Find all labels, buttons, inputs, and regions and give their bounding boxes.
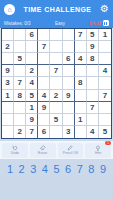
cell-r3c6[interactable]: 6 [63, 53, 75, 65]
numpad-9[interactable]: 9 [98, 164, 108, 175]
cell-r1c4[interactable] [38, 29, 50, 41]
cell-r9c2[interactable]: 2 [14, 126, 26, 138]
cell-r6c6[interactable]: 9 [63, 90, 75, 102]
cell-r6c2[interactable]: 8 [14, 90, 26, 102]
mistakes-label: Mistakes: 0/3 [4, 21, 31, 26]
hint-badge: 1 [105, 141, 111, 146]
numpad-7[interactable]: 7 [75, 164, 85, 175]
cell-r2c9[interactable] [99, 41, 111, 53]
hint-label: Hint [95, 152, 101, 156]
cell-r4c3[interactable]: 2 [26, 65, 38, 77]
cell-r6c3[interactable]: 5 [26, 90, 38, 102]
cell-r9c8[interactable]: 4 [87, 126, 99, 138]
cell-r3c8[interactable]: 8 [87, 53, 99, 65]
cell-r6c7[interactable] [75, 90, 87, 102]
cell-r1c8[interactable]: 5 [87, 29, 99, 41]
numpad-1[interactable]: 1 [5, 164, 15, 175]
cell-r5c5[interactable] [50, 77, 62, 89]
numpad-3[interactable]: 3 [28, 164, 38, 175]
cell-r1c6[interactable] [63, 29, 75, 41]
cell-r6c4[interactable]: 4 [38, 90, 50, 102]
pencil-icon [67, 145, 73, 151]
cell-r4c1[interactable]: 9 [2, 65, 14, 77]
eraser-icon [40, 145, 46, 151]
cell-r9c3[interactable]: 7 [26, 126, 38, 138]
page-title: TIME CHALLENGE [24, 6, 92, 13]
cell-r2c8[interactable]: 9 [87, 41, 99, 53]
cell-r2c4[interactable]: 7 [38, 41, 50, 53]
cell-r4c5[interactable]: 7 [50, 65, 62, 77]
cell-r8c9[interactable] [99, 114, 111, 126]
cell-r8c1[interactable] [2, 114, 14, 126]
cell-r8c2[interactable] [14, 114, 26, 126]
cell-r9c9[interactable]: 5 [99, 126, 111, 138]
cell-r7c9[interactable] [99, 102, 111, 114]
cell-r8c8[interactable] [87, 114, 99, 126]
cell-r3c1[interactable] [2, 53, 14, 65]
cell-r1c7[interactable]: 7 [75, 29, 87, 41]
gear-icon: ⚙ [100, 3, 109, 14]
cell-r4c2[interactable] [14, 65, 26, 77]
cell-r7c4[interactable]: 9 [38, 102, 50, 114]
numpad-8[interactable]: 8 [86, 164, 96, 175]
home-icon: ⌂ [7, 6, 11, 13]
home-button[interactable]: ⌂ [4, 4, 15, 15]
cell-r5c3[interactable]: 4 [26, 77, 38, 89]
header-bar: ⌂ TIME CHALLENGE ⚙ [0, 0, 113, 18]
cell-r3c7[interactable]: 4 [75, 53, 87, 65]
cell-r2c1[interactable]: 2 [2, 41, 14, 53]
sudoku-board: 67512795648927437481854297197951276345 [1, 28, 112, 139]
cell-r7c7[interactable] [75, 102, 87, 114]
cell-r5c7[interactable]: 8 [75, 77, 87, 89]
cell-r6c5[interactable]: 2 [50, 90, 62, 102]
cell-r1c3[interactable]: 6 [26, 29, 38, 41]
cell-r2c5[interactable] [50, 41, 62, 53]
timer-value: 04:32 [89, 21, 101, 26]
erase-label: Erase [38, 152, 47, 156]
cell-r3c4[interactable] [38, 53, 50, 65]
cell-r7c5[interactable] [50, 102, 62, 114]
pause-icon [104, 22, 105, 25]
undo-button[interactable]: Undo [2, 143, 28, 158]
sudoku-app: ⌂ TIME CHALLENGE ⚙ Mistakes: 0/3 Easy 04… [0, 0, 113, 200]
cell-r2c2[interactable] [14, 41, 26, 53]
pencil-toggle-button[interactable]: Pencil Off [58, 143, 84, 158]
erase-button[interactable]: Erase [30, 143, 56, 158]
numpad-5[interactable]: 5 [52, 164, 62, 175]
cell-r1c2[interactable] [14, 29, 26, 41]
cell-r9c5[interactable] [50, 126, 62, 138]
toolbar: Undo Erase Pencil Off 1 Hint [0, 141, 113, 159]
cell-r9c7[interactable] [75, 126, 87, 138]
cell-r1c5[interactable] [50, 29, 62, 41]
cell-r5c2[interactable]: 7 [14, 77, 26, 89]
cell-r8c5[interactable]: 5 [50, 114, 62, 126]
hint-button[interactable]: 1 Hint [85, 143, 111, 158]
cell-r5c6[interactable] [63, 77, 75, 89]
cell-r2c7[interactable] [75, 41, 87, 53]
cell-r4c6[interactable] [63, 65, 75, 77]
cell-r9c1[interactable] [2, 126, 14, 138]
numpad-4[interactable]: 4 [40, 164, 50, 175]
cell-r8c6[interactable] [63, 114, 75, 126]
cell-r6c1[interactable]: 1 [2, 90, 14, 102]
cell-r8c3[interactable]: 9 [26, 114, 38, 126]
cell-r6c8[interactable] [87, 90, 99, 102]
cell-r2c6[interactable] [63, 41, 75, 53]
status-bar: Mistakes: 0/3 Easy 04:32 [0, 18, 113, 28]
cell-r7c1[interactable] [2, 102, 14, 114]
cell-r5c9[interactable] [99, 77, 111, 89]
cell-r5c4[interactable] [38, 77, 50, 89]
cell-r3c3[interactable] [26, 53, 38, 65]
cell-r1c1[interactable] [2, 29, 14, 41]
undo-label: Undo [11, 152, 19, 156]
cell-r4c8[interactable] [87, 65, 99, 77]
cell-r7c8[interactable]: 7 [87, 102, 99, 114]
numpad-2[interactable]: 2 [17, 164, 27, 175]
cell-r9c6[interactable]: 3 [63, 126, 75, 138]
settings-button[interactable]: ⚙ [100, 4, 109, 14]
cell-r8c7[interactable]: 1 [75, 114, 87, 126]
cell-r5c1[interactable]: 3 [2, 77, 14, 89]
cell-r4c4[interactable] [38, 65, 50, 77]
numpad-6[interactable]: 6 [63, 164, 73, 175]
cell-r7c3[interactable]: 1 [26, 102, 38, 114]
cell-r5c8[interactable] [87, 77, 99, 89]
cell-r6c9[interactable]: 7 [99, 90, 111, 102]
cell-r7c6[interactable] [63, 102, 75, 114]
cell-r3c9[interactable] [99, 53, 111, 65]
cell-r9c4[interactable]: 6 [38, 126, 50, 138]
undo-icon [12, 145, 18, 151]
cell-r3c2[interactable]: 5 [14, 53, 26, 65]
difficulty-label: Easy [55, 21, 65, 26]
bottom-space [0, 180, 113, 200]
cell-r4c9[interactable]: 4 [99, 65, 111, 77]
pencil-label: Pencil Off [63, 152, 78, 156]
number-pad: 123456789 [0, 159, 113, 180]
cell-r4c7[interactable] [75, 65, 87, 77]
cell-r3c5[interactable] [50, 53, 62, 65]
bulb-icon [95, 145, 101, 151]
cell-r1c9[interactable]: 1 [99, 29, 111, 41]
cell-r7c2[interactable] [14, 102, 26, 114]
cell-r2c3[interactable] [26, 41, 38, 53]
cell-r8c4[interactable] [38, 114, 50, 126]
pause-button[interactable] [103, 20, 109, 26]
